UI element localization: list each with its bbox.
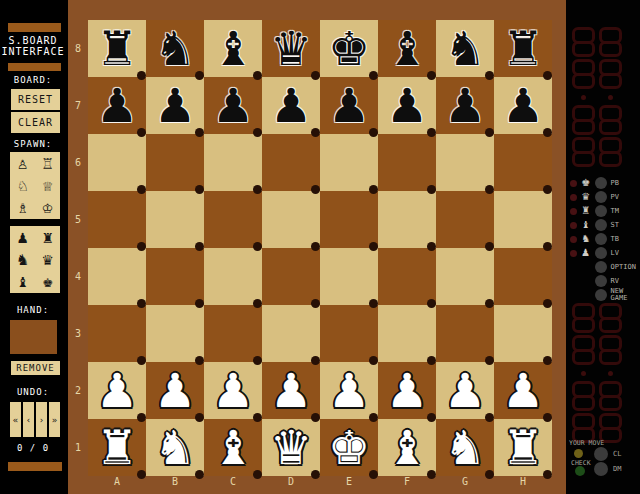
square-e8[interactable]: ♚ — [320, 20, 378, 77]
black-rook-piece[interactable]: ♜ — [502, 20, 544, 77]
white-bishop-piece[interactable]: ♝ — [212, 419, 254, 476]
square-e6[interactable] — [320, 134, 378, 191]
undo-controls: «‹›» — [10, 402, 60, 437]
board-section-label: BOARD: — [0, 75, 66, 85]
pawn-icon: ♟ — [580, 248, 592, 258]
square-g1[interactable]: ♞ — [436, 419, 494, 476]
clear-button[interactable]: CLEAR — [11, 112, 60, 133]
white-rook-piece[interactable]: ♜ — [96, 419, 138, 476]
sensor-dot — [137, 242, 146, 251]
clock-display-bottom — [572, 303, 632, 445]
sensor-dot — [311, 185, 320, 194]
white-pawn-piece[interactable]: ♟ — [96, 362, 138, 419]
rank-label-7: 7 — [68, 77, 88, 134]
square-b7[interactable]: ♟ — [146, 77, 204, 134]
square-f8[interactable]: ♝ — [378, 20, 436, 77]
red-led — [570, 222, 577, 229]
black-pawn-piece[interactable]: ♟ — [502, 77, 544, 134]
tm-label: TM — [611, 208, 640, 215]
square-b5[interactable] — [146, 191, 204, 248]
square-h4[interactable] — [494, 248, 552, 305]
seven-segment-digit — [572, 59, 595, 89]
spawn-white-bishop[interactable]: ♗ — [10, 196, 35, 218]
function-row-pb: ♚PB — [570, 176, 640, 190]
status-area: YOUR MOVE CHECK CL DM — [568, 438, 640, 488]
board-grid: ♜♞♝♛♚♝♞♜♟♟♟♟♟♟♟♟♟♟♟♟♟♟♟♟♜♞♝♛♚♝♞♜ — [88, 20, 552, 476]
black-pawn-piece[interactable]: ♟ — [386, 77, 428, 134]
square-f6[interactable] — [378, 134, 436, 191]
red-led — [570, 236, 577, 243]
white-knight-piece[interactable]: ♞ — [444, 419, 486, 476]
spawn-white-rook[interactable]: ♖ — [35, 152, 60, 174]
square-a8[interactable]: ♜ — [88, 20, 146, 77]
seven-segment-digit — [572, 137, 595, 167]
square-f3[interactable] — [378, 305, 436, 362]
sensor-dot — [369, 71, 378, 80]
dm-button[interactable] — [594, 462, 608, 476]
square-d1[interactable]: ♛ — [262, 419, 320, 476]
cl-button-label: CL — [613, 450, 621, 458]
black-pawn-piece[interactable]: ♟ — [328, 77, 370, 134]
sensor-dot — [369, 299, 378, 308]
square-e5[interactable] — [320, 191, 378, 248]
square-c5[interactable] — [204, 191, 262, 248]
seven-segment-digit — [572, 105, 595, 135]
sensor-dot — [195, 413, 204, 422]
sidebar-divider-bar — [8, 63, 61, 71]
sensor-dot — [427, 242, 436, 251]
new-game-label: NEW GAME — [611, 288, 640, 302]
white-pawn-piece[interactable]: ♟ — [212, 362, 254, 419]
st-label: ST — [611, 222, 640, 229]
square-h6[interactable] — [494, 134, 552, 191]
square-a7[interactable]: ♟ — [88, 77, 146, 134]
new-game-button[interactable] — [595, 289, 607, 301]
red-led — [570, 180, 577, 187]
sidebar-bottom-bar — [8, 462, 62, 471]
spawn-black-pawn[interactable]: ♟ — [10, 226, 35, 248]
sensor-dot — [543, 299, 552, 308]
black-rook-piece[interactable]: ♜ — [96, 20, 138, 77]
spawn-white-knight[interactable]: ♘ — [10, 174, 35, 196]
square-e3[interactable] — [320, 305, 378, 362]
clock-colon-dots — [572, 367, 632, 379]
square-h2[interactable]: ♟ — [494, 362, 552, 419]
sensor-dot — [253, 71, 262, 80]
square-f1[interactable]: ♝ — [378, 419, 436, 476]
sensor-dot — [311, 413, 320, 422]
sensor-dot — [369, 242, 378, 251]
sensor-dot — [427, 470, 436, 479]
rank-label-3: 3 — [68, 305, 88, 362]
seven-segment-digit — [572, 303, 595, 333]
rank-label-2: 2 — [68, 362, 88, 419]
black-pawn-piece[interactable]: ♟ — [154, 77, 196, 134]
pb-label: PB — [611, 180, 640, 187]
sensor-dot — [543, 356, 552, 365]
black-knight-piece[interactable]: ♞ — [444, 20, 486, 77]
rank-label-5: 5 — [68, 191, 88, 248]
sensor-dot — [543, 185, 552, 194]
square-b3[interactable] — [146, 305, 204, 362]
sensor-dot — [485, 242, 494, 251]
white-pawn-piece[interactable]: ♟ — [386, 362, 428, 419]
black-bishop-piece[interactable]: ♝ — [212, 20, 254, 77]
square-g7[interactable]: ♟ — [436, 77, 494, 134]
rank-label-4: 4 — [68, 248, 88, 305]
square-d4[interactable] — [262, 248, 320, 305]
sensor-dot — [253, 185, 262, 194]
spawn-white-pawn[interactable]: ♙ — [10, 152, 35, 174]
sensor-dot — [137, 185, 146, 194]
hand-section-label: HAND: — [0, 305, 66, 315]
sidebar: S.BOARD INTERFACE BOARD: RESET CLEAR SPA… — [0, 0, 68, 494]
red-led — [570, 194, 577, 201]
square-f7[interactable]: ♟ — [378, 77, 436, 134]
function-row-new-game: NEW GAME — [570, 288, 640, 302]
spawn-black-queen[interactable]: ♛ — [35, 248, 60, 270]
dm-button-label: DM — [613, 465, 621, 473]
function-row-tb: ♞TB — [570, 232, 640, 246]
pv-button[interactable] — [595, 191, 607, 203]
seven-segment-digit — [572, 381, 595, 411]
square-c7[interactable]: ♟ — [204, 77, 262, 134]
sensor-dot — [253, 470, 262, 479]
function-row-lv: ♟LV — [570, 246, 640, 260]
sensor-dot — [543, 71, 552, 80]
spawn-black-bishop[interactable]: ♝ — [10, 270, 35, 292]
black-bishop-piece[interactable]: ♝ — [386, 20, 428, 77]
option-button[interactable] — [595, 261, 607, 273]
sensor-dot — [427, 71, 436, 80]
white-pawn-piece[interactable]: ♟ — [502, 362, 544, 419]
white-rook-piece[interactable]: ♜ — [502, 419, 544, 476]
square-a4[interactable] — [88, 248, 146, 305]
sensor-dot — [137, 413, 146, 422]
spawn-white-king[interactable]: ♔ — [35, 196, 60, 218]
sensor-dot — [543, 470, 552, 479]
sensor-dot — [311, 470, 320, 479]
lv-label: LV — [611, 250, 640, 257]
square-b4[interactable] — [146, 248, 204, 305]
queen-icon: ♛ — [580, 192, 592, 202]
app-title-line2: INTERFACE — [0, 46, 66, 57]
square-e4[interactable] — [320, 248, 378, 305]
square-h8[interactable]: ♜ — [494, 20, 552, 77]
sensor-dot — [485, 185, 494, 194]
pv-label: PV — [611, 194, 640, 201]
king-icon: ♚ — [580, 178, 592, 188]
sensor-dot — [427, 356, 436, 365]
rv-label: RV — [611, 278, 640, 285]
square-b6[interactable] — [146, 134, 204, 191]
sensor-dot — [195, 470, 204, 479]
undo-counter: 0 / 0 — [0, 443, 66, 453]
sensor-dot — [369, 185, 378, 194]
square-c1[interactable]: ♝ — [204, 419, 262, 476]
square-c2[interactable]: ♟ — [204, 362, 262, 419]
board-panel: 87654321 ♜♞♝♛♚♝♞♜♟♟♟♟♟♟♟♟♟♟♟♟♟♟♟♟♜♞♝♛♚♝♞… — [68, 0, 566, 494]
sensor-dot — [485, 128, 494, 137]
square-a6[interactable] — [88, 134, 146, 191]
undo-back-button[interactable]: ‹ — [23, 402, 34, 437]
lv-button[interactable] — [595, 247, 607, 259]
clock-colon-dots — [572, 91, 632, 103]
square-e7[interactable]: ♟ — [320, 77, 378, 134]
square-a3[interactable] — [88, 305, 146, 362]
rv-button[interactable] — [595, 275, 607, 287]
option-label: OPTION — [611, 264, 640, 271]
square-c3[interactable] — [204, 305, 262, 362]
sensor-dot — [253, 299, 262, 308]
function-row-st: ♝ST — [570, 218, 640, 232]
white-knight-piece[interactable]: ♞ — [154, 419, 196, 476]
knight-icon: ♞ — [580, 234, 592, 244]
sensor-dot — [427, 185, 436, 194]
reset-button[interactable]: RESET — [11, 89, 60, 110]
sensor-dot — [311, 242, 320, 251]
spawn-section-label: SPAWN: — [0, 139, 66, 149]
spawn-panel-white: ♙♖♘♕♗♔ — [10, 152, 60, 219]
sensor-dot — [369, 470, 378, 479]
sensor-dot — [485, 470, 494, 479]
clock-display-top — [572, 27, 632, 169]
pb-button[interactable] — [595, 177, 607, 189]
black-queen-piece[interactable]: ♛ — [270, 20, 312, 77]
white-pawn-piece[interactable]: ♟ — [328, 362, 370, 419]
seven-segment-digit — [572, 335, 595, 365]
function-row-option: OPTION — [570, 260, 640, 274]
sensor-dot — [195, 71, 204, 80]
sensor-dot — [253, 356, 262, 365]
square-f4[interactable] — [378, 248, 436, 305]
sensor-dot — [253, 413, 262, 422]
square-d2[interactable]: ♟ — [262, 362, 320, 419]
square-f2[interactable]: ♟ — [378, 362, 436, 419]
your-move-label: YOUR MOVE — [569, 439, 604, 447]
sensor-dot — [369, 356, 378, 365]
undo-section-label: UNDO: — [0, 387, 66, 397]
sensor-dot — [369, 128, 378, 137]
your-move-led — [574, 449, 583, 458]
seven-segment-digit — [599, 381, 622, 411]
sensor-dot — [195, 242, 204, 251]
square-g3[interactable] — [436, 305, 494, 362]
seven-segment-digit — [599, 137, 622, 167]
square-c6[interactable] — [204, 134, 262, 191]
square-g2[interactable]: ♟ — [436, 362, 494, 419]
rank-label-6: 6 — [68, 134, 88, 191]
sensor-dot — [253, 242, 262, 251]
sensor-dot — [137, 299, 146, 308]
square-b8[interactable]: ♞ — [146, 20, 204, 77]
rank-label-8: 8 — [68, 20, 88, 77]
function-row-pv: ♛PV — [570, 190, 640, 204]
seven-segment-digit — [599, 27, 622, 57]
square-b2[interactable]: ♟ — [146, 362, 204, 419]
sensor-dot — [427, 413, 436, 422]
white-pawn-piece[interactable]: ♟ — [444, 362, 486, 419]
sensor-dot — [253, 128, 262, 137]
sensor-dot — [137, 128, 146, 137]
white-queen-piece[interactable]: ♛ — [270, 419, 312, 476]
spawn-black-rook[interactable]: ♜ — [35, 226, 60, 248]
tb-button[interactable] — [595, 233, 607, 245]
rank-label-1: 1 — [68, 419, 88, 476]
seven-segment-digit — [599, 335, 622, 365]
check-led — [575, 466, 585, 476]
spawn-black-knight[interactable]: ♞ — [10, 248, 35, 270]
square-d7[interactable]: ♟ — [262, 77, 320, 134]
sensor-dot — [311, 299, 320, 308]
square-h1[interactable]: ♜ — [494, 419, 552, 476]
square-d5[interactable] — [262, 191, 320, 248]
square-a1[interactable]: ♜ — [88, 419, 146, 476]
square-g6[interactable] — [436, 134, 494, 191]
square-c4[interactable] — [204, 248, 262, 305]
sensor-dot — [369, 413, 378, 422]
white-king-piece[interactable]: ♚ — [328, 419, 370, 476]
sensor-dot — [137, 356, 146, 365]
function-button-rows: ♚PB♛PV♜TM♝ST♞TB♟LVOPTIONRVNEW GAME — [570, 176, 640, 302]
sensor-dot — [195, 299, 204, 308]
sensor-dot — [195, 356, 204, 365]
tb-label: TB — [611, 236, 640, 243]
square-g4[interactable] — [436, 248, 494, 305]
seven-segment-digit — [599, 59, 622, 89]
red-led — [570, 250, 577, 257]
black-pawn-piece[interactable]: ♟ — [270, 77, 312, 134]
square-a5[interactable] — [88, 191, 146, 248]
sensor-dot — [543, 242, 552, 251]
black-pawn-piece[interactable]: ♟ — [444, 77, 486, 134]
square-a2[interactable]: ♟ — [88, 362, 146, 419]
seven-segment-digit — [572, 27, 595, 57]
seven-segment-digit — [599, 105, 622, 135]
red-led — [570, 208, 577, 215]
square-d8[interactable]: ♛ — [262, 20, 320, 77]
square-g8[interactable]: ♞ — [436, 20, 494, 77]
square-e2[interactable]: ♟ — [320, 362, 378, 419]
spawn-panel-black: ♟♜♞♛♝♚ — [10, 226, 60, 293]
white-bishop-piece[interactable]: ♝ — [386, 419, 428, 476]
black-knight-piece[interactable]: ♞ — [154, 20, 196, 77]
sensor-dot — [311, 128, 320, 137]
spawn-white-queen[interactable]: ♕ — [35, 174, 60, 196]
rook-icon: ♜ — [580, 206, 592, 216]
undo-forward-button[interactable]: › — [36, 402, 47, 437]
undo-last-button[interactable]: » — [49, 402, 60, 437]
bishop-icon: ♝ — [580, 220, 592, 230]
right-panel: ♚PB♛PV♜TM♝ST♞TB♟LVOPTIONRVNEW GAME YOUR … — [566, 0, 640, 494]
function-row-rv: RV — [570, 274, 640, 288]
sensor-dot — [543, 413, 552, 422]
sensor-dot — [485, 413, 494, 422]
app-title: S.BOARD INTERFACE — [0, 35, 66, 57]
square-h5[interactable] — [494, 191, 552, 248]
square-h7[interactable]: ♟ — [494, 77, 552, 134]
square-g5[interactable] — [436, 191, 494, 248]
sensor-dot — [137, 71, 146, 80]
sensor-dot — [485, 71, 494, 80]
sensor-dot — [195, 128, 204, 137]
sensor-dot — [311, 356, 320, 365]
app-title-line1: S.BOARD — [0, 35, 66, 46]
square-h3[interactable] — [494, 305, 552, 362]
square-f5[interactable] — [378, 191, 436, 248]
sidebar-top-bar — [8, 23, 61, 32]
square-d6[interactable] — [262, 134, 320, 191]
square-e1[interactable]: ♚ — [320, 419, 378, 476]
black-pawn-piece[interactable]: ♟ — [212, 77, 254, 134]
sensor-dot — [311, 71, 320, 80]
undo-first-button[interactable]: « — [10, 402, 21, 437]
sensor-dot — [485, 356, 494, 365]
function-row-tm: ♜TM — [570, 204, 640, 218]
sensor-dot — [427, 299, 436, 308]
sensor-dot — [485, 299, 494, 308]
square-c8[interactable]: ♝ — [204, 20, 262, 77]
remove-button[interactable]: REMOVE — [11, 361, 60, 375]
square-d3[interactable] — [262, 305, 320, 362]
st-button[interactable] — [595, 219, 607, 231]
sensor-dot — [137, 470, 146, 479]
sensor-dot — [543, 128, 552, 137]
sensor-dot — [195, 185, 204, 194]
seven-segment-digit — [599, 303, 622, 333]
tm-button[interactable] — [595, 205, 607, 217]
cl-button[interactable] — [594, 447, 608, 461]
file-labels: ABCDEFGH — [88, 476, 552, 487]
sensor-dot — [427, 128, 436, 137]
hand-slot[interactable] — [10, 320, 57, 354]
spawn-black-king[interactable]: ♚ — [35, 270, 60, 292]
square-b1[interactable]: ♞ — [146, 419, 204, 476]
black-pawn-piece[interactable]: ♟ — [96, 77, 138, 134]
black-king-piece[interactable]: ♚ — [328, 20, 370, 77]
white-pawn-piece[interactable]: ♟ — [154, 362, 196, 419]
white-pawn-piece[interactable]: ♟ — [270, 362, 312, 419]
